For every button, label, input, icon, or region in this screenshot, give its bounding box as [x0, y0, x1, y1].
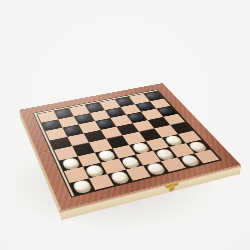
square-a1 [69, 178, 94, 195]
white-checker-a1 [72, 180, 92, 193]
white-checker-a3 [61, 158, 79, 170]
white-checker-g3 [164, 135, 183, 145]
square-b4 [72, 142, 95, 156]
white-checker-d2 [121, 156, 140, 167]
square-f2 [153, 147, 178, 161]
square-e1 [143, 161, 168, 176]
square-g3 [162, 134, 186, 147]
square-h1 [194, 149, 220, 163]
square-d2 [118, 155, 143, 170]
square-a2 [64, 167, 88, 183]
square-e3 [129, 141, 153, 155]
square-a3 [59, 156, 83, 171]
square-g2 [169, 143, 194, 157]
square-e2 [136, 151, 161, 165]
white-checker-c3 [97, 150, 115, 161]
square-c1 [107, 169, 132, 185]
white-checker-h2 [188, 141, 207, 152]
white-checker-g1 [180, 155, 200, 166]
square-b5 [67, 133, 89, 146]
square-g1 [177, 153, 203, 168]
square-f3 [145, 137, 169, 150]
square-a4 [54, 146, 77, 160]
white-checker-b2 [85, 164, 104, 176]
square-d1 [125, 165, 150, 181]
white-checker-e1 [146, 163, 166, 175]
square-h2 [185, 140, 210, 154]
square-c3 [95, 148, 119, 162]
square-a5 [50, 137, 72, 150]
clasp-tongue [169, 185, 174, 191]
white-checker-c1 [110, 171, 130, 183]
square-h3 [177, 130, 201, 143]
square-c2 [101, 159, 126, 174]
square-b2 [82, 163, 106, 178]
square-b3 [77, 152, 101, 167]
square-d3 [112, 145, 136, 159]
product-photo [0, 0, 250, 250]
square-f1 [160, 157, 186, 172]
square-c4 [89, 139, 112, 152]
white-checker-e3 [131, 143, 150, 154]
square-b1 [88, 174, 113, 190]
square-d4 [106, 135, 129, 148]
white-checker-f2 [155, 148, 174, 159]
